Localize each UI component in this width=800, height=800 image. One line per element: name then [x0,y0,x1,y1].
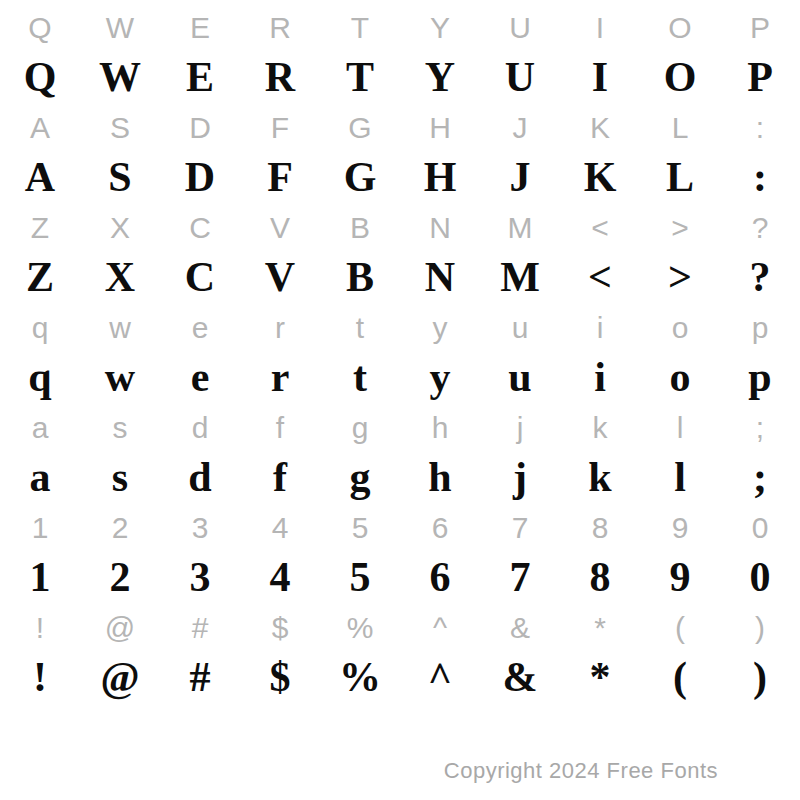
character-cell: Q [0,0,80,50]
character-cell: A [0,150,80,200]
specimen-row: 1234567890 [0,550,800,600]
character-cell: p [720,300,800,350]
character-cell: R [240,0,320,50]
character-cell: > [640,200,720,250]
character-cell: s [80,400,160,450]
character-cell: k [560,400,640,450]
character-cell: w [80,350,160,400]
character-cell: f [240,450,320,500]
character-cell: I [560,50,640,100]
character-cell: F [240,100,320,150]
character-cell: 0 [720,550,800,600]
reference-row: qwertyuiop [0,300,800,350]
character-cell: L [640,100,720,150]
character-cell: Y [400,0,480,50]
character-cell: 4 [240,550,320,600]
character-cell: N [400,200,480,250]
character-cell: B [320,200,400,250]
character-cell: ( [640,600,720,650]
character-cell: w [80,300,160,350]
character-cell: a [0,400,80,450]
character-cell: ) [720,650,800,700]
character-cell: @ [80,650,160,700]
character-cell: u [480,300,560,350]
character-cell: K [560,150,640,200]
character-cell: ( [640,650,720,700]
character-cell: G [320,150,400,200]
character-cell: k [560,450,640,500]
reference-row: 1234567890 [0,500,800,550]
character-cell: C [160,200,240,250]
character-cell: 7 [480,500,560,550]
character-cell: i [560,350,640,400]
character-cell: 4 [240,500,320,550]
character-cell: y [400,350,480,400]
character-cell: 9 [640,500,720,550]
character-cell: e [160,300,240,350]
character-cell: Z [0,200,80,250]
character-cell: H [400,100,480,150]
character-cell: 2 [80,500,160,550]
character-cell: u [480,350,560,400]
character-cell: e [160,350,240,400]
character-cell: ? [720,250,800,300]
character-cell: J [480,100,560,150]
character-cell: < [560,250,640,300]
character-cell: 5 [320,550,400,600]
specimen-row: ZXCVBNM<>? [0,250,800,300]
character-cell: t [320,350,400,400]
character-cell: r [240,350,320,400]
specimen-row: ASDFGHJKL: [0,150,800,200]
reference-row: !@#$%^&*() [0,600,800,650]
character-cell: ) [720,600,800,650]
character-cell: j [480,450,560,500]
character-cell: 8 [560,500,640,550]
character-cell: ; [720,400,800,450]
reference-row: ASDFGHJKL: [0,100,800,150]
character-cell: H [400,150,480,200]
character-cell: o [640,350,720,400]
specimen-row: QWERTYUIOP [0,50,800,100]
character-cell: f [240,400,320,450]
character-cell: ! [0,650,80,700]
character-cell: C [160,250,240,300]
character-grid: QWERTYUIOPQWERTYUIOPASDFGHJKL:ASDFGHJKL:… [0,0,800,700]
character-cell: # [160,650,240,700]
character-cell: q [0,350,80,400]
character-cell: $ [240,650,320,700]
character-cell: 5 [320,500,400,550]
character-cell: d [160,450,240,500]
character-cell: V [240,250,320,300]
character-cell: i [560,300,640,350]
character-cell: F [240,150,320,200]
character-cell: E [160,0,240,50]
character-cell: U [480,0,560,50]
character-cell: p [720,350,800,400]
character-cell: a [0,450,80,500]
specimen-row: qwertyuiop [0,350,800,400]
character-cell: d [160,400,240,450]
character-cell: P [720,50,800,100]
character-cell: ! [0,600,80,650]
character-cell: P [720,0,800,50]
character-cell: D [160,150,240,200]
character-cell: & [480,650,560,700]
character-cell: j [480,400,560,450]
character-cell: 8 [560,550,640,600]
character-cell: T [320,0,400,50]
character-cell: B [320,250,400,300]
character-cell: N [400,250,480,300]
character-cell: ; [720,450,800,500]
character-cell: : [720,100,800,150]
character-cell: V [240,200,320,250]
character-cell: 0 [720,500,800,550]
character-cell: X [80,200,160,250]
character-cell: A [0,100,80,150]
character-cell: 7 [480,550,560,600]
character-cell: G [320,100,400,150]
font-specimen-sheet: QWERTYUIOPQWERTYUIOPASDFGHJKL:ASDFGHJKL:… [0,0,800,800]
character-cell: * [560,650,640,700]
character-cell: S [80,100,160,150]
character-cell: & [480,600,560,650]
character-cell: @ [80,600,160,650]
character-cell: W [80,50,160,100]
character-cell: I [560,0,640,50]
character-cell: q [0,300,80,350]
character-cell: r [240,300,320,350]
character-cell: # [160,600,240,650]
character-cell: Z [0,250,80,300]
character-cell: ^ [400,600,480,650]
character-cell: $ [240,600,320,650]
character-cell: ? [720,200,800,250]
character-cell: l [640,400,720,450]
character-cell: y [400,300,480,350]
character-cell: 6 [400,550,480,600]
character-cell: W [80,0,160,50]
specimen-row: !@#$%^&*() [0,650,800,700]
specimen-row: asdfghjkl; [0,450,800,500]
character-cell: U [480,50,560,100]
reference-row: asdfghjkl; [0,400,800,450]
character-cell: M [480,200,560,250]
character-cell: o [640,300,720,350]
character-cell: h [400,400,480,450]
character-cell: * [560,600,640,650]
character-cell: 3 [160,550,240,600]
character-cell: 3 [160,500,240,550]
character-cell: 9 [640,550,720,600]
character-cell: l [640,450,720,500]
character-cell: Q [0,50,80,100]
character-cell: 6 [400,500,480,550]
character-cell: % [320,600,400,650]
character-cell: M [480,250,560,300]
character-cell: Y [400,50,480,100]
character-cell: L [640,150,720,200]
character-cell: g [320,450,400,500]
character-cell: X [80,250,160,300]
copyright-text: Copyright 2024 Free Fonts [444,758,718,784]
character-cell: E [160,50,240,100]
character-cell: ^ [400,650,480,700]
character-cell: R [240,50,320,100]
character-cell: K [560,100,640,150]
reference-row: ZXCVBNM<>? [0,200,800,250]
character-cell: s [80,450,160,500]
character-cell: : [720,150,800,200]
character-cell: O [640,50,720,100]
character-cell: S [80,150,160,200]
character-cell: 2 [80,550,160,600]
character-cell: T [320,50,400,100]
character-cell: D [160,100,240,150]
character-cell: % [320,650,400,700]
character-cell: t [320,300,400,350]
character-cell: 1 [0,500,80,550]
character-cell: O [640,0,720,50]
character-cell: g [320,400,400,450]
character-cell: 1 [0,550,80,600]
character-cell: h [400,450,480,500]
character-cell: > [640,250,720,300]
character-cell: J [480,150,560,200]
character-cell: < [560,200,640,250]
reference-row: QWERTYUIOP [0,0,800,50]
